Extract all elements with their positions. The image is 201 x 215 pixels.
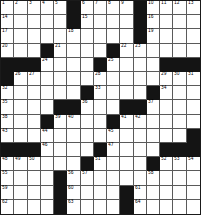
black-cell [160,58,173,72]
white-cell[interactable]: 28 [94,72,107,86]
white-cell[interactable]: 60 [67,186,80,200]
clue-number: 62 [2,200,8,204]
white-cell[interactable]: 48 [1,157,14,171]
white-cell[interactable] [94,44,107,58]
white-cell[interactable] [160,100,173,114]
clue-number: 31 [188,72,194,76]
white-cell[interactable] [134,157,147,171]
white-cell[interactable]: 27 [28,72,41,86]
black-cell [67,100,80,114]
black-cell [187,129,200,143]
white-cell[interactable]: 47 [107,143,120,157]
white-cell[interactable] [67,44,80,58]
clue-number: 51 [95,157,101,161]
white-cell[interactable] [147,200,160,214]
clue-number: 59 [2,186,8,190]
white-cell[interactable]: 35 [1,100,14,114]
white-cell[interactable] [147,58,160,72]
clue-number: 42 [135,115,141,119]
clue-number: 58 [148,171,154,175]
white-cell[interactable]: 33 [94,86,107,100]
white-cell[interactable] [41,186,54,200]
white-cell[interactable]: 53 [173,157,186,171]
white-cell[interactable] [28,29,41,43]
clue-number: 5 [55,1,58,5]
clue-number: 32 [2,86,8,90]
white-cell[interactable] [173,129,186,143]
white-cell[interactable] [160,29,173,43]
clue-number: 33 [95,86,101,90]
white-cell[interactable] [147,129,160,143]
clue-number: 22 [121,44,127,48]
white-cell[interactable]: 8 [107,1,120,15]
white-cell[interactable] [28,129,41,143]
clue-number: 17 [2,29,8,33]
white-cell[interactable] [28,86,41,100]
white-cell[interactable] [134,86,147,100]
black-cell [160,143,173,157]
white-cell[interactable] [107,186,120,200]
white-cell[interactable] [160,200,173,214]
clue-number: 40 [68,115,74,119]
white-cell[interactable] [41,171,54,185]
white-cell[interactable] [81,129,94,143]
clue-number: 38 [2,115,8,119]
black-cell [187,58,200,72]
white-cell[interactable] [94,15,107,29]
white-cell[interactable]: 30 [173,72,186,86]
black-cell [54,200,67,214]
white-cell[interactable] [134,143,147,157]
clue-number: 49 [15,157,21,161]
white-cell[interactable]: 14 [1,15,14,29]
white-cell[interactable]: 38 [1,115,14,129]
white-cell[interactable] [14,200,27,214]
clue-number: 18 [68,29,74,33]
clue-number: 54 [188,157,194,161]
white-cell[interactable] [81,186,94,200]
black-cell [54,186,67,200]
white-cell[interactable] [14,171,27,185]
black-cell [67,15,80,29]
white-cell[interactable] [147,115,160,129]
white-cell[interactable]: 63 [67,200,80,214]
white-cell[interactable] [107,200,120,214]
clue-number: 48 [2,157,8,161]
white-cell[interactable]: 31 [187,72,200,86]
white-cell[interactable] [134,58,147,72]
white-cell[interactable] [28,171,41,185]
crossword-grid: 1234567891011121314151617181920212223242… [0,0,201,215]
white-cell[interactable] [41,157,54,171]
white-cell[interactable] [28,200,41,214]
white-cell[interactable] [94,100,107,114]
white-cell[interactable]: 56 [67,171,80,185]
white-cell[interactable]: 7 [94,1,107,15]
white-cell[interactable]: 23 [134,44,147,58]
white-cell[interactable] [120,72,133,86]
white-cell[interactable] [54,58,67,72]
white-cell[interactable]: 5 [54,1,67,15]
clue-number: 20 [2,44,8,48]
white-cell[interactable] [187,200,200,214]
black-cell [134,1,147,15]
white-cell[interactable]: 11 [160,1,173,15]
white-cell[interactable] [107,86,120,100]
white-cell[interactable] [160,171,173,185]
black-cell [173,58,186,72]
black-cell [94,58,107,72]
white-cell[interactable] [120,129,133,143]
black-cell [134,15,147,29]
white-cell[interactable] [14,100,27,114]
white-cell[interactable]: 19 [147,29,160,43]
white-cell[interactable] [120,171,133,185]
white-cell[interactable] [14,29,27,43]
white-cell[interactable]: 61 [134,186,147,200]
clue-number: 7 [95,1,98,5]
white-cell[interactable] [54,157,67,171]
clue-number: 60 [68,186,74,190]
white-cell[interactable] [187,171,200,185]
white-cell[interactable] [67,86,80,100]
clue-number: 44 [42,129,48,133]
white-cell[interactable]: 51 [94,157,107,171]
white-cell[interactable] [81,29,94,43]
white-cell[interactable] [41,29,54,43]
white-cell[interactable] [147,143,160,157]
white-cell[interactable]: 58 [147,171,160,185]
white-cell[interactable] [41,200,54,214]
clue-number: 55 [2,171,8,175]
black-cell [147,86,160,100]
black-cell [173,143,186,157]
clue-number: 36 [82,100,88,104]
white-cell[interactable] [54,86,67,100]
white-cell[interactable] [120,29,133,43]
white-cell[interactable]: 42 [134,115,147,129]
clue-number: 25 [108,58,114,62]
clue-number: 35 [2,100,8,104]
white-cell[interactable] [14,129,27,143]
clue-number: 63 [68,200,74,204]
white-cell[interactable] [173,100,186,114]
white-cell[interactable] [120,143,133,157]
white-cell[interactable] [107,100,120,114]
white-cell[interactable] [134,129,147,143]
white-cell[interactable] [94,200,107,214]
white-cell[interactable]: 52 [160,157,173,171]
white-cell[interactable] [134,171,147,185]
white-cell[interactable]: 45 [107,129,120,143]
white-cell[interactable] [94,186,107,200]
white-cell[interactable]: 50 [28,157,41,171]
white-cell[interactable] [28,115,41,129]
clue-number: 34 [161,86,167,90]
white-cell[interactable] [81,58,94,72]
white-cell[interactable]: 6 [81,1,94,15]
white-cell[interactable] [173,200,186,214]
clue-number: 39 [55,115,61,119]
black-cell [187,143,200,157]
clue-number: 57 [82,171,88,175]
white-cell[interactable] [41,86,54,100]
white-cell[interactable]: 12 [173,1,186,15]
clue-number: 30 [174,72,180,76]
white-cell[interactable] [160,115,173,129]
white-cell[interactable]: 9 [120,1,133,15]
white-cell[interactable] [120,15,133,29]
white-cell[interactable] [14,44,27,58]
white-cell[interactable]: 17 [1,29,14,43]
white-cell[interactable]: 54 [187,157,200,171]
white-cell[interactable]: 37 [147,100,160,114]
white-cell[interactable]: 4 [41,1,54,15]
black-cell [81,86,94,100]
white-cell[interactable] [187,44,200,58]
white-cell[interactable] [54,15,67,29]
white-cell[interactable]: 55 [1,171,14,185]
clue-number: 2 [15,1,18,5]
clue-number: 45 [108,129,114,133]
white-cell[interactable] [147,186,160,200]
clue-number: 52 [161,157,167,161]
white-cell[interactable] [173,15,186,29]
white-cell[interactable]: 25 [107,58,120,72]
white-cell[interactable]: 46 [41,143,54,157]
clue-number: 10 [148,1,154,5]
clue-number: 29 [161,72,167,76]
black-cell [14,143,27,157]
white-cell[interactable]: 10 [147,1,160,15]
clue-number: 3 [29,1,32,5]
black-cell [81,157,94,171]
white-cell[interactable] [173,115,186,129]
white-cell[interactable] [187,100,200,114]
black-cell [41,44,54,58]
clue-number: 15 [82,15,88,19]
white-cell[interactable] [94,171,107,185]
white-cell[interactable] [67,143,80,157]
white-cell[interactable] [28,44,41,58]
white-cell[interactable] [54,72,67,86]
black-cell [134,29,147,43]
clue-number: 27 [29,72,35,76]
white-cell[interactable] [187,86,200,100]
white-cell[interactable] [107,171,120,185]
white-cell[interactable] [54,29,67,43]
clue-number: 64 [135,200,141,204]
clue-number: 24 [42,58,48,62]
clue-number: 19 [148,29,154,33]
white-cell[interactable] [67,72,80,86]
white-cell[interactable]: 16 [147,15,160,29]
white-cell[interactable] [160,15,173,29]
clue-number: 12 [174,1,180,5]
white-cell[interactable]: 18 [67,29,80,43]
white-cell[interactable]: 26 [14,72,27,86]
clue-number: 41 [121,115,127,119]
white-cell[interactable] [54,143,67,157]
clue-number: 16 [148,15,154,19]
clue-number: 43 [2,129,8,133]
black-cell [28,58,41,72]
white-cell[interactable] [107,29,120,43]
clue-number: 46 [42,143,48,147]
white-cell[interactable]: 43 [1,129,14,143]
white-cell[interactable]: 32 [1,86,14,100]
black-cell [28,143,41,157]
white-cell[interactable]: 59 [1,186,14,200]
white-cell[interactable] [134,72,147,86]
clue-number: 11 [161,1,167,5]
white-cell[interactable] [173,29,186,43]
black-cell [107,115,120,129]
white-cell[interactable] [160,129,173,143]
black-cell [14,58,27,72]
white-cell[interactable] [173,44,186,58]
white-cell[interactable] [81,200,94,214]
black-cell [107,44,120,58]
black-cell [120,186,133,200]
white-cell[interactable]: 44 [41,129,54,143]
white-cell[interactable]: 41 [120,115,133,129]
white-cell[interactable] [14,86,27,100]
white-cell[interactable] [173,171,186,185]
white-cell[interactable] [14,115,27,129]
black-cell [54,100,67,114]
clue-number: 47 [108,143,114,147]
white-cell[interactable] [187,29,200,43]
white-cell[interactable] [107,157,120,171]
white-cell[interactable] [107,72,120,86]
white-cell[interactable] [160,44,173,58]
white-cell[interactable] [94,115,107,129]
clue-number: 53 [174,157,180,161]
clue-number: 26 [15,72,21,76]
white-cell[interactable] [147,72,160,86]
clue-number: 23 [135,44,141,48]
clue-number: 9 [121,1,124,5]
white-cell[interactable] [41,72,54,86]
black-cell [120,100,133,114]
black-cell [134,100,147,114]
white-cell[interactable] [81,72,94,86]
black-cell [1,58,14,72]
white-cell[interactable] [54,129,67,143]
black-cell [1,72,14,86]
clue-number: 6 [82,1,85,5]
clue-number: 13 [188,1,194,5]
white-cell[interactable] [14,186,27,200]
clue-number: 8 [108,1,111,5]
white-cell[interactable] [147,44,160,58]
white-cell[interactable] [120,157,133,171]
black-cell [67,1,80,15]
white-cell[interactable] [120,58,133,72]
white-cell[interactable]: 21 [54,44,67,58]
white-cell[interactable] [120,86,133,100]
white-cell[interactable]: 36 [81,100,94,114]
clue-number: 61 [135,186,141,190]
white-cell[interactable] [94,29,107,43]
white-cell[interactable] [173,186,186,200]
clue-number: 50 [29,157,35,161]
clue-number: 4 [42,1,45,5]
white-cell[interactable]: 1 [1,1,14,15]
white-cell[interactable] [41,100,54,114]
white-cell[interactable] [81,44,94,58]
white-cell[interactable] [28,100,41,114]
white-cell[interactable] [160,186,173,200]
white-cell[interactable] [173,86,186,100]
clue-number: 14 [2,15,8,19]
white-cell[interactable] [107,15,120,29]
clue-number: 1 [2,1,5,5]
black-cell [147,157,160,171]
white-cell[interactable]: 39 [54,115,67,129]
white-cell[interactable]: 40 [67,115,80,129]
white-cell[interactable]: 64 [134,200,147,214]
white-cell[interactable]: 29 [160,72,173,86]
white-cell[interactable] [67,157,80,171]
white-cell[interactable]: 57 [81,171,94,185]
white-cell[interactable] [94,129,107,143]
white-cell[interactable]: 13 [187,1,200,15]
black-cell [94,143,107,157]
white-cell[interactable] [187,115,200,129]
white-cell[interactable] [28,186,41,200]
white-cell[interactable] [187,15,200,29]
black-cell [1,143,14,157]
white-cell[interactable]: 15 [81,15,94,29]
white-cell[interactable] [187,186,200,200]
black-cell [120,200,133,214]
white-cell[interactable] [67,129,80,143]
white-cell[interactable]: 2 [14,1,27,15]
white-cell[interactable] [67,58,80,72]
white-cell[interactable] [14,15,27,29]
clue-number: 28 [95,72,101,76]
white-cell[interactable]: 3 [28,1,41,15]
clue-number: 56 [68,171,74,175]
black-cell [41,115,54,129]
white-cell[interactable] [28,15,41,29]
white-cell[interactable]: 24 [41,58,54,72]
black-cell [54,171,67,185]
white-cell[interactable] [81,115,94,129]
clue-number: 21 [55,44,61,48]
white-cell[interactable] [41,15,54,29]
white-cell[interactable]: 49 [14,157,27,171]
white-cell[interactable]: 22 [120,44,133,58]
clue-number: 37 [148,100,154,104]
white-cell[interactable]: 62 [1,200,14,214]
white-cell[interactable]: 34 [160,86,173,100]
white-cell[interactable]: 20 [1,44,14,58]
white-cell[interactable] [81,143,94,157]
